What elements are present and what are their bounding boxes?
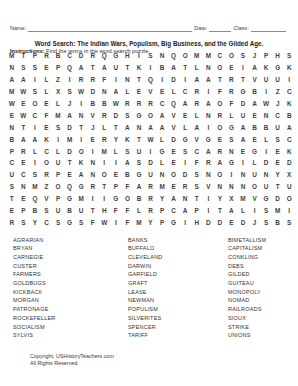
grid-cell: M [156, 181, 168, 193]
grid-cell: P [191, 205, 203, 217]
grid-cell: E [168, 145, 180, 157]
grid-cell: L [98, 121, 110, 133]
grid-cell: D [75, 50, 87, 62]
grid-cell: D [110, 109, 122, 121]
word-item: BANKS [128, 236, 163, 245]
grid-cell: U [75, 205, 87, 217]
grid-cell: L [122, 86, 134, 98]
grid-cell: N [260, 109, 272, 121]
grid-cell: B [249, 86, 261, 98]
grid-cell: S [260, 205, 272, 217]
grid-cell: L [41, 86, 53, 98]
grid-cell: K [75, 157, 87, 169]
word-item: MONOPOLY [228, 288, 266, 297]
grid-cell: W [6, 98, 18, 110]
grid-cell: L [191, 62, 203, 74]
header-fill-in-line: Name: Date: Class: [10, 25, 288, 32]
grid-cell: M [272, 205, 284, 217]
grid-cell: Q [64, 62, 76, 74]
grid-cell: A [179, 98, 191, 110]
grid-cell: C [156, 98, 168, 110]
grid-cell: D [168, 74, 180, 86]
grid-cell: I [29, 121, 41, 133]
grid-cell: B [98, 98, 110, 110]
grid-cell: R [191, 86, 203, 98]
grid-cell: T [6, 193, 18, 205]
grid-cell: T [214, 74, 226, 86]
grid-cell: F [214, 86, 226, 98]
grid-cell: E [6, 205, 18, 217]
grid-cell: F [226, 98, 238, 110]
grid-cell: T [110, 121, 122, 133]
grid-cell: C [41, 216, 53, 228]
grid-cell: A [156, 121, 168, 133]
grid-cell: F [98, 74, 110, 86]
grid-cell: V [145, 86, 157, 98]
grid-cell: F [122, 181, 134, 193]
grid-cell: R [145, 193, 157, 205]
grid-cell: A [64, 109, 76, 121]
grid-cell: S [52, 216, 64, 228]
grid-cell: Y [110, 133, 122, 145]
grid-cell: T [133, 74, 145, 86]
name-label: Name: [10, 25, 26, 32]
word-item: RAILROADS [228, 305, 266, 314]
grid-cell: I [203, 121, 215, 133]
grid-cell: U [145, 169, 157, 181]
page-title: Word Search: The Indian Wars, Populism, … [0, 40, 298, 47]
grid-cell: R [98, 109, 110, 121]
grid-cell: N [18, 181, 30, 193]
grid-cell: I [179, 216, 191, 228]
grid-cell: T [87, 205, 99, 217]
grid-cell: I [237, 157, 249, 169]
grid-cell: L [110, 145, 122, 157]
grid-cell: E [133, 86, 145, 98]
grid-cell: Q [29, 193, 41, 205]
grid-cell: A [145, 121, 157, 133]
grid-cell: S [18, 62, 30, 74]
grid-cell: D [203, 216, 215, 228]
grid-cell: T [122, 62, 134, 74]
grid-cell: O [75, 145, 87, 157]
grid-cell: A [168, 193, 180, 205]
grid-cell: U [260, 74, 272, 86]
grid-cell: G [203, 133, 215, 145]
grid-cell: S [122, 109, 134, 121]
grid-cell: G [179, 133, 191, 145]
grid-cell: O [214, 98, 226, 110]
grid-cell: O [122, 193, 134, 205]
word-item: PATRONAGE [13, 305, 56, 314]
grid-cell: O [214, 169, 226, 181]
grid-cell: O [283, 193, 295, 205]
grid-cell: T [64, 157, 76, 169]
word-item: KICKBACK [13, 288, 56, 297]
grid-cell: A [122, 121, 134, 133]
grid-cell: A [191, 74, 203, 86]
grid-cell: K [283, 145, 295, 157]
grid-cell: Z [41, 181, 53, 193]
grid-cell: Y [214, 193, 226, 205]
grid-cell: I [75, 98, 87, 110]
grid-cell: U [237, 109, 249, 121]
word-item: UNIONS [228, 331, 266, 340]
grid-cell: S [179, 145, 191, 157]
grid-cell: B [29, 205, 41, 217]
word-item: SYLVIS [13, 331, 56, 340]
grid-cell: I [110, 157, 122, 169]
grid-cell: V [168, 109, 180, 121]
grid-cell: E [249, 133, 261, 145]
grid-cell: G [110, 50, 122, 62]
grid-cell: N [87, 157, 99, 169]
grid-cell: B [283, 109, 295, 121]
grid-cell: J [64, 98, 76, 110]
grid-cell: X [52, 86, 64, 98]
grid-cell: B [133, 193, 145, 205]
grid-cell: S [52, 121, 64, 133]
grid-cell: R [145, 205, 157, 217]
grid-cell: S [133, 157, 145, 169]
word-item: SOCIALISM [13, 323, 56, 332]
grid-cell: H [272, 50, 284, 62]
grid-cell: C [29, 109, 41, 121]
grid-cell: L [168, 86, 180, 98]
grid-cell: L [191, 109, 203, 121]
grid-cell: Q [168, 50, 180, 62]
grid-cell: D [168, 133, 180, 145]
grid-cell: P [18, 205, 30, 217]
grid-cell: C [18, 169, 30, 181]
grid-cell: I [29, 74, 41, 86]
grid-cell: F [41, 109, 53, 121]
word-item: FARMERS [13, 270, 56, 279]
grid-cell: I [110, 216, 122, 228]
grid-cell: R [87, 181, 99, 193]
grid-cell: B [260, 121, 272, 133]
grid-cell: V [203, 181, 215, 193]
grid-cell: T [18, 50, 30, 62]
grid-cell: N [75, 109, 87, 121]
grid-cell: R [41, 169, 53, 181]
grid-cell: B [6, 133, 18, 145]
grid-cell: E [18, 157, 30, 169]
grid-cell: Z [52, 74, 64, 86]
grid-cell: V [249, 193, 261, 205]
grid-cell: A [283, 121, 295, 133]
grid-cell: N [226, 145, 238, 157]
grid-cell: R [179, 181, 191, 193]
grid-cell: N [237, 181, 249, 193]
grid-cell: F [110, 205, 122, 217]
word-list-column-2: BANKSBUFFALOCLEVELANDDARWINGARFIELDGRAFT… [128, 236, 163, 340]
grid-cell: I [145, 62, 157, 74]
grid-cell: V [87, 109, 99, 121]
grid-cell: I [283, 74, 295, 86]
grid-cell: L [133, 205, 145, 217]
grid-cell: K [122, 133, 134, 145]
grid-cell: J [272, 98, 284, 110]
grid-cell: E [41, 121, 53, 133]
grid-cell: S [191, 169, 203, 181]
grid-cell: L [52, 98, 64, 110]
grid-cell: M [203, 50, 215, 62]
grid-cell: T [98, 181, 110, 193]
grid-cell: A [18, 74, 30, 86]
grid-cell: I [179, 74, 191, 86]
grid-cell: A [6, 74, 18, 86]
grid-cell: C [64, 50, 76, 62]
grid-cell: N [203, 62, 215, 74]
grid-cell: R [75, 74, 87, 86]
grid-cell: I [29, 157, 41, 169]
grid-cell: A [237, 121, 249, 133]
grid-cell: L [179, 121, 191, 133]
grid-cell: A [203, 98, 215, 110]
word-item: GOLDBUGS [13, 279, 56, 288]
grid-cell: X [226, 193, 238, 205]
grid-cell: T [75, 121, 87, 133]
grid-cell: I [203, 205, 215, 217]
grid-cell: I [237, 62, 249, 74]
grid-cell: B [272, 216, 284, 228]
grid-cell: E [87, 133, 99, 145]
word-item: LEASE [128, 288, 163, 297]
grid-cell: S [41, 205, 53, 217]
grid-cell: G [133, 169, 145, 181]
grid-cell: L [156, 157, 168, 169]
grid-cell: M [52, 109, 64, 121]
grid-cell: S [64, 86, 76, 98]
word-item: BIMETALLISM [228, 236, 266, 245]
grid-cell: M [6, 50, 18, 62]
grid-cell: Y [145, 216, 157, 228]
grid-cell: G [249, 145, 261, 157]
word-item: SILVERITES [128, 314, 163, 323]
grid-cell: R [41, 50, 53, 62]
grid-cell: C [191, 145, 203, 157]
grid-cell: K [41, 133, 53, 145]
grid-cell: O [41, 157, 53, 169]
grid-cell: I [145, 145, 157, 157]
grid-cell: O [179, 50, 191, 62]
grid-cell: L [260, 133, 272, 145]
word-item: GRAFT [128, 279, 163, 288]
grid-cell: I [179, 157, 191, 169]
word-item: GUITEAU [228, 279, 266, 288]
grid-cell: O [214, 121, 226, 133]
grid-cell: U [52, 205, 64, 217]
grid-cell: V [191, 133, 203, 145]
grid-cell: R [18, 145, 30, 157]
grid-cell: T [18, 121, 30, 133]
grid-cell: I [133, 50, 145, 62]
grid-cell: T [191, 193, 203, 205]
grid-cell: O [52, 181, 64, 193]
grid-cell: K [283, 98, 295, 110]
word-item: AGRARIAN [13, 236, 56, 245]
grid-cell: M [237, 193, 249, 205]
grid-cell: J [249, 50, 261, 62]
grid-cell: G [64, 193, 76, 205]
grid-cell: N [226, 181, 238, 193]
word-list-column-1: AGRARIANBRYANCARNEGIECUSTERFARMERSGOLDBU… [13, 236, 56, 340]
grid-cell: L [237, 205, 249, 217]
word-item: CARNEGIE [13, 253, 56, 262]
grid-cell: C [214, 50, 226, 62]
word-item: BRYAN [13, 244, 56, 253]
word-item: CAPITALISM [228, 244, 266, 253]
grid-cell: X [283, 169, 295, 181]
grid-cell: P [156, 216, 168, 228]
grid-cell: I [75, 133, 87, 145]
grid-cell: S [18, 216, 30, 228]
grid-cell: C [283, 86, 295, 98]
grid-cell: R [87, 50, 99, 62]
grid-cell: G [226, 157, 238, 169]
grid-cell: B [122, 169, 134, 181]
word-item: SPENCER [128, 323, 163, 332]
grid-cell: B [156, 62, 168, 74]
grid-cell: E [64, 169, 76, 181]
word-item: SIOUX [228, 314, 266, 323]
grid-cell: S [283, 216, 295, 228]
grid-cell: F [87, 216, 99, 228]
grid-cell: E [168, 181, 180, 193]
grid-cell: R [122, 98, 134, 110]
word-item: MORGAN [13, 296, 56, 305]
grid-cell: G [64, 216, 76, 228]
grid-cell: C [283, 133, 295, 145]
grid-cell: P [29, 50, 41, 62]
grid-cell: G [110, 193, 122, 205]
grid-cell: G [237, 86, 249, 98]
grid-cell: N [87, 169, 99, 181]
grid-cell: R [226, 74, 238, 86]
grid-cell: E [6, 109, 18, 121]
grid-cell: W [260, 98, 272, 110]
grid-cell: W [110, 98, 122, 110]
grid-cell: I [203, 86, 215, 98]
grid-cell: W [18, 109, 30, 121]
grid-cell: E [168, 157, 180, 169]
grid-cell: U [52, 157, 64, 169]
grid-cell: C [168, 205, 180, 217]
grid-cell: Q [64, 181, 76, 193]
word-item: NOMAD [228, 296, 266, 305]
grid-cell: T [272, 181, 284, 193]
grid-cell: I [98, 193, 110, 205]
grid-cell: U [133, 145, 145, 157]
grid-cell: A [156, 109, 168, 121]
grid-cell: A [214, 157, 226, 169]
class-blank-line [251, 25, 286, 32]
grid-cell: E [41, 62, 53, 74]
grid-cell: R [214, 145, 226, 157]
grid-cell: R [203, 157, 215, 169]
grid-cell: I [283, 205, 295, 217]
grid-cell: N [260, 169, 272, 181]
word-item: CONKLING [228, 253, 266, 262]
grid-cell: N [98, 86, 110, 98]
grid-cell: S [191, 181, 203, 193]
grid-cell: I [249, 205, 261, 217]
grid-cell: I [156, 74, 168, 86]
grid-cell: N [6, 121, 18, 133]
grid-cell: N [156, 169, 168, 181]
grid-cell: D [283, 157, 295, 169]
grid-cell: D [260, 157, 272, 169]
grid-cell: A [75, 62, 87, 74]
grid-cell: D [214, 216, 226, 228]
grid-cell: R [98, 133, 110, 145]
word-item: GARFIELD [128, 270, 163, 279]
word-item: POPULISM [128, 305, 163, 314]
grid-cell: P [52, 193, 64, 205]
grid-cell: E [249, 109, 261, 121]
grid-cell: O [29, 98, 41, 110]
grid-cell: W [18, 86, 30, 98]
grid-cell: M [98, 145, 110, 157]
grid-cell: E [156, 86, 168, 98]
grid-cell: M [29, 181, 41, 193]
grid-cell: S [145, 50, 157, 62]
grid-cell: V [168, 121, 180, 133]
word-item: NEWMAN [128, 296, 163, 305]
grid-cell: A [249, 62, 261, 74]
grid-cell: O [226, 50, 238, 62]
grid-cell: H [191, 216, 203, 228]
grid-cell: V [249, 74, 261, 86]
grid-cell: P [52, 62, 64, 74]
grid-cell: G [168, 216, 180, 228]
grid-cell: A [133, 181, 145, 193]
grid-cell: R [191, 98, 203, 110]
grid-cell: U [272, 74, 284, 86]
grid-cell: Z [272, 86, 284, 98]
grid-cell: L [226, 109, 238, 121]
grid-cell: E [41, 98, 53, 110]
word-item: DARWIN [128, 262, 163, 271]
worksheet-page: Name: Date: Class: Word Search: The Indi… [0, 0, 298, 386]
grid-cell: C [41, 145, 53, 157]
grid-cell: D [87, 86, 99, 98]
grid-cell: S [75, 216, 87, 228]
grid-cell: M [75, 193, 87, 205]
grid-cell: D [145, 157, 157, 169]
grid-cell: N [203, 169, 215, 181]
grid-cell: E [272, 157, 284, 169]
grid-cell: G [260, 193, 272, 205]
grid-cell: T [179, 62, 191, 74]
grid-cell: E [18, 98, 30, 110]
name-blank-line [28, 25, 192, 32]
grid-cell: N [237, 169, 249, 181]
grid-cell: U [110, 62, 122, 74]
grid-cell: E [214, 133, 226, 145]
grid-cell: C [179, 86, 191, 98]
grid-cell: S [272, 133, 284, 145]
grid-cell: I [52, 133, 64, 145]
grid-cell: L [29, 145, 41, 157]
grid-cell: K [260, 62, 272, 74]
grid-cell: U [272, 121, 284, 133]
grid-cell: C [272, 109, 284, 121]
grid-cell: A [203, 145, 215, 157]
grid-cell: U [260, 181, 272, 193]
grid-cell: N [179, 193, 191, 205]
